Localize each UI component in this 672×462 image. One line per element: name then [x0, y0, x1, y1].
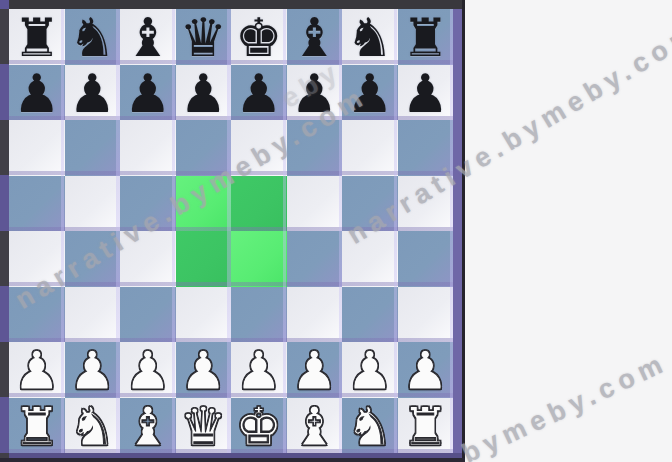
square-a5[interactable] — [9, 176, 65, 232]
piece-white-pawn: ♟ — [120, 342, 176, 398]
square-e3[interactable] — [231, 287, 287, 343]
square-f6[interactable] — [287, 120, 343, 176]
square-g1[interactable]: ♞ — [342, 398, 398, 454]
square-a7[interactable]: ♟ — [9, 65, 65, 121]
square-d4[interactable] — [176, 231, 232, 287]
piece-white-pawn: ♟ — [287, 342, 343, 398]
square-c5[interactable] — [120, 176, 176, 232]
piece-black-pawn: ♟ — [398, 65, 454, 121]
square-b1[interactable]: ♞ — [65, 398, 121, 454]
square-f1[interactable]: ♝ — [287, 398, 343, 454]
square-h7[interactable]: ♟ — [398, 65, 454, 121]
piece-black-bishop: ♝ — [120, 9, 176, 65]
piece-white-pawn: ♟ — [176, 342, 232, 398]
square-d2[interactable]: ♟ — [176, 342, 232, 398]
square-g4[interactable] — [342, 231, 398, 287]
square-a4[interactable] — [9, 231, 65, 287]
board-border-right — [453, 9, 462, 458]
piece-white-knight: ♞ — [65, 398, 121, 454]
square-f3[interactable] — [287, 287, 343, 343]
square-h8[interactable]: ♜ — [398, 9, 454, 65]
square-a1[interactable]: ♜ — [9, 398, 65, 454]
board-border-right-edge — [462, 0, 465, 462]
piece-black-pawn: ♟ — [65, 65, 121, 121]
piece-white-rook: ♜ — [398, 398, 454, 454]
square-e2[interactable]: ♟ — [231, 342, 287, 398]
square-g5[interactable] — [342, 176, 398, 232]
piece-white-pawn: ♟ — [65, 342, 121, 398]
square-c7[interactable]: ♟ — [120, 65, 176, 121]
square-g3[interactable] — [342, 287, 398, 343]
square-g7[interactable]: ♟ — [342, 65, 398, 121]
square-f4[interactable] — [287, 231, 343, 287]
board-grid: ♜♞♝♛♚♝♞♜♟♟♟♟♟♟♟♟♟♟♟♟♟♟♟♟♜♞♝♛♚♝♞♜ — [9, 9, 453, 453]
square-d1[interactable]: ♛ — [176, 398, 232, 454]
square-c3[interactable] — [120, 287, 176, 343]
square-b6[interactable] — [65, 120, 121, 176]
piece-black-king: ♚ — [231, 9, 287, 65]
square-f7[interactable]: ♟ — [287, 65, 343, 121]
square-a8[interactable]: ♜ — [9, 9, 65, 65]
piece-white-king: ♚ — [231, 398, 287, 454]
board-border-left — [0, 9, 9, 462]
piece-black-pawn: ♟ — [231, 65, 287, 121]
square-h1[interactable]: ♜ — [398, 398, 454, 454]
square-c4[interactable] — [120, 231, 176, 287]
piece-white-pawn: ♟ — [9, 342, 65, 398]
square-f5[interactable] — [287, 176, 343, 232]
piece-white-pawn: ♟ — [398, 342, 454, 398]
square-b2[interactable]: ♟ — [65, 342, 121, 398]
board-border-top — [0, 0, 465, 9]
square-e4[interactable] — [231, 231, 287, 287]
piece-black-pawn: ♟ — [9, 65, 65, 121]
board-border-corner — [0, 0, 9, 9]
piece-black-bishop: ♝ — [287, 9, 343, 65]
square-a3[interactable] — [9, 287, 65, 343]
square-g6[interactable] — [342, 120, 398, 176]
piece-white-queen: ♛ — [176, 398, 232, 454]
piece-black-queen: ♛ — [176, 9, 232, 65]
square-d6[interactable] — [176, 120, 232, 176]
square-f8[interactable]: ♝ — [287, 9, 343, 65]
square-e1[interactable]: ♚ — [231, 398, 287, 454]
square-h4[interactable] — [398, 231, 454, 287]
square-b3[interactable] — [65, 287, 121, 343]
square-c2[interactable]: ♟ — [120, 342, 176, 398]
square-h6[interactable] — [398, 120, 454, 176]
piece-white-rook: ♜ — [9, 398, 65, 454]
board-border-bottom-edge — [0, 458, 465, 462]
square-a6[interactable] — [9, 120, 65, 176]
square-c8[interactable]: ♝ — [120, 9, 176, 65]
piece-black-rook: ♜ — [398, 9, 454, 65]
piece-white-bishop: ♝ — [287, 398, 343, 454]
square-g8[interactable]: ♞ — [342, 9, 398, 65]
square-d3[interactable] — [176, 287, 232, 343]
square-e7[interactable]: ♟ — [231, 65, 287, 121]
square-a2[interactable]: ♟ — [9, 342, 65, 398]
square-c6[interactable] — [120, 120, 176, 176]
watermark-text-3: bymeby.com — [457, 347, 672, 462]
square-b7[interactable]: ♟ — [65, 65, 121, 121]
piece-white-knight: ♞ — [342, 398, 398, 454]
square-b8[interactable]: ♞ — [65, 9, 121, 65]
square-e5[interactable] — [231, 176, 287, 232]
square-e8[interactable]: ♚ — [231, 9, 287, 65]
square-e6[interactable] — [231, 120, 287, 176]
square-d8[interactable]: ♛ — [176, 9, 232, 65]
square-h2[interactable]: ♟ — [398, 342, 454, 398]
square-d7[interactable]: ♟ — [176, 65, 232, 121]
piece-black-knight: ♞ — [342, 9, 398, 65]
piece-black-pawn: ♟ — [342, 65, 398, 121]
piece-white-pawn: ♟ — [342, 342, 398, 398]
square-h5[interactable] — [398, 176, 454, 232]
square-g2[interactable]: ♟ — [342, 342, 398, 398]
piece-white-pawn: ♟ — [231, 342, 287, 398]
piece-black-rook: ♜ — [9, 9, 65, 65]
square-b5[interactable] — [65, 176, 121, 232]
chess-board: ♜♞♝♛♚♝♞♜♟♟♟♟♟♟♟♟♟♟♟♟♟♟♟♟♜♞♝♛♚♝♞♜ — [0, 0, 465, 462]
piece-black-pawn: ♟ — [287, 65, 343, 121]
square-c1[interactable]: ♝ — [120, 398, 176, 454]
piece-black-knight: ♞ — [65, 9, 121, 65]
piece-black-pawn: ♟ — [120, 65, 176, 121]
screenshot-root: ♜♞♝♛♚♝♞♜♟♟♟♟♟♟♟♟♟♟♟♟♟♟♟♟♜♞♝♛♚♝♞♜ narrati… — [0, 0, 672, 462]
square-h3[interactable] — [398, 287, 454, 343]
square-b4[interactable] — [65, 231, 121, 287]
piece-white-bishop: ♝ — [120, 398, 176, 454]
piece-black-pawn: ♟ — [176, 65, 232, 121]
square-f2[interactable]: ♟ — [287, 342, 343, 398]
square-d5[interactable] — [176, 176, 232, 232]
